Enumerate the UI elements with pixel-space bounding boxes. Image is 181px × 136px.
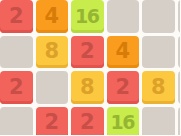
cell-empty (178, 107, 181, 136)
cell-empty (178, 71, 181, 104)
tile-8: 8 (36, 36, 69, 69)
tile-4: 4 (107, 36, 140, 69)
tile-4: 4 (36, 0, 69, 33)
tile-16: 16 (107, 107, 140, 136)
cell-empty (178, 36, 181, 69)
tile-8: 8 (142, 71, 175, 104)
tile-2: 2 (71, 36, 104, 69)
cell-empty (0, 107, 33, 136)
tile-2: 2 (36, 107, 69, 136)
cell-empty (0, 36, 33, 69)
cell-empty (142, 0, 175, 33)
cell-empty (142, 36, 175, 69)
cell-empty (107, 0, 140, 33)
tile-16: 16 (71, 0, 104, 33)
game-screen: { "game": "2048", "position": "2,4,16,0,… (0, 0, 180, 135)
tile-2: 2 (0, 0, 33, 33)
2048-board[interactable]: 241682428282216 (0, 0, 180, 135)
tile-2: 2 (107, 71, 140, 104)
tile-2: 2 (0, 71, 33, 104)
tile-8: 8 (71, 71, 104, 104)
tile-2: 2 (71, 107, 104, 136)
cell-empty (142, 107, 175, 136)
cell-empty (178, 0, 181, 33)
cell-empty (36, 71, 69, 104)
